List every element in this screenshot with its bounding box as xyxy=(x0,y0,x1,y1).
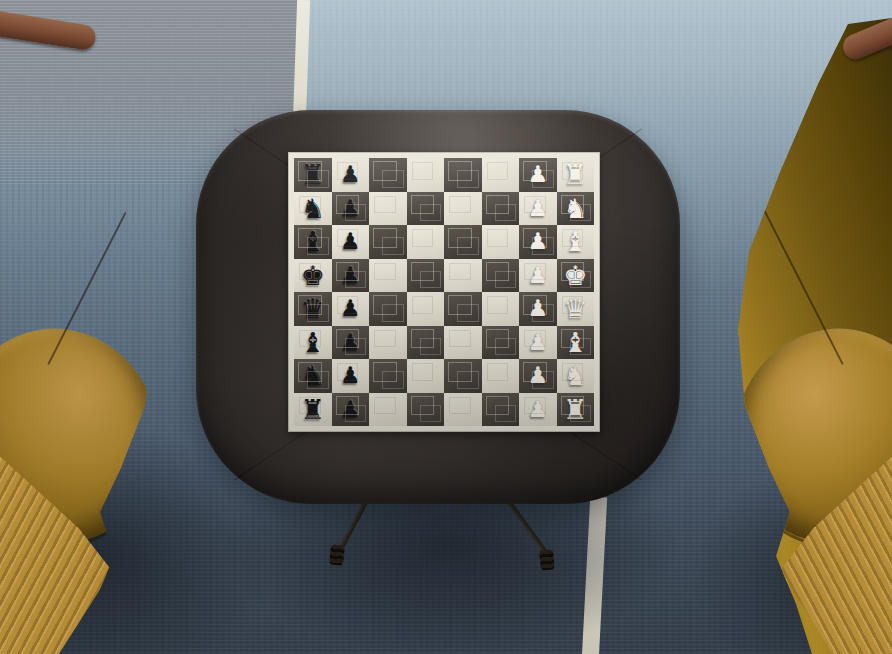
square-c5[interactable] xyxy=(407,326,445,360)
square-h5[interactable] xyxy=(407,158,445,192)
white-pawn-d2: ♟ xyxy=(519,292,557,326)
square-a1[interactable]: ♜ xyxy=(557,393,595,427)
white-bishop-c1: ♝ xyxy=(557,326,595,360)
black-rook-a8: ♜ xyxy=(294,393,332,427)
square-c1[interactable]: ♝ xyxy=(557,326,595,360)
square-g5[interactable] xyxy=(407,192,445,226)
square-b4[interactable] xyxy=(444,359,482,393)
square-d8[interactable]: ♛ xyxy=(294,292,332,326)
square-h8[interactable]: ♜ xyxy=(294,158,332,192)
square-f2[interactable]: ♟ xyxy=(519,225,557,259)
room-scene: ♜♟♟♜♞♟♟♞♝♟♟♝♚♟♟♚♛♟♟♛♝♟♟♝♞♟♟♞♜♟♟♜ xyxy=(0,0,892,654)
black-knight-g8: ♞ xyxy=(294,192,332,226)
square-c4[interactable] xyxy=(444,326,482,360)
square-e7[interactable]: ♟ xyxy=(332,259,370,293)
square-e6[interactable] xyxy=(369,259,407,293)
square-c7[interactable]: ♟ xyxy=(332,326,370,360)
square-b3[interactable] xyxy=(482,359,520,393)
square-g3[interactable] xyxy=(482,192,520,226)
square-g1[interactable]: ♞ xyxy=(557,192,595,226)
black-queen-d8: ♛ xyxy=(294,292,332,326)
white-pawn-e2: ♟ xyxy=(519,259,557,293)
black-pawn-b7: ♟ xyxy=(332,359,370,393)
square-f8[interactable]: ♝ xyxy=(294,225,332,259)
square-e3[interactable] xyxy=(482,259,520,293)
white-pawn-h2: ♟ xyxy=(519,158,557,192)
white-pawn-a2: ♟ xyxy=(519,393,557,427)
square-d2[interactable]: ♟ xyxy=(519,292,557,326)
square-a3[interactable] xyxy=(482,393,520,427)
black-pawn-c7: ♟ xyxy=(332,326,370,360)
black-bishop-c8: ♝ xyxy=(294,326,332,360)
white-queen-d1: ♛ xyxy=(557,292,595,326)
square-c8[interactable]: ♝ xyxy=(294,326,332,360)
white-knight-g1: ♞ xyxy=(557,192,595,226)
square-f6[interactable] xyxy=(369,225,407,259)
white-pawn-g2: ♟ xyxy=(519,192,557,226)
white-pawn-c2: ♟ xyxy=(519,326,557,360)
chess-board: ♜♟♟♜♞♟♟♞♝♟♟♝♚♟♟♚♛♟♟♛♝♟♟♝♞♟♟♞♜♟♟♜ xyxy=(288,152,600,432)
square-f3[interactable] xyxy=(482,225,520,259)
square-e2[interactable]: ♟ xyxy=(519,259,557,293)
square-h4[interactable] xyxy=(444,158,482,192)
black-pawn-f7: ♟ xyxy=(332,225,370,259)
square-a2[interactable]: ♟ xyxy=(519,393,557,427)
square-d7[interactable]: ♟ xyxy=(332,292,370,326)
white-pawn-b2: ♟ xyxy=(519,359,557,393)
square-b7[interactable]: ♟ xyxy=(332,359,370,393)
square-a8[interactable]: ♜ xyxy=(294,393,332,427)
square-c2[interactable]: ♟ xyxy=(519,326,557,360)
black-bishop-f8: ♝ xyxy=(294,225,332,259)
square-f7[interactable]: ♟ xyxy=(332,225,370,259)
square-f1[interactable]: ♝ xyxy=(557,225,595,259)
white-rook-h1: ♜ xyxy=(557,158,595,192)
square-h7[interactable]: ♟ xyxy=(332,158,370,192)
square-e8[interactable]: ♚ xyxy=(294,259,332,293)
square-e1[interactable]: ♚ xyxy=(557,259,595,293)
armchair-left xyxy=(0,0,175,654)
black-pawn-e7: ♟ xyxy=(332,259,370,293)
white-king-e1: ♚ xyxy=(557,259,595,293)
square-e4[interactable] xyxy=(444,259,482,293)
square-h6[interactable] xyxy=(369,158,407,192)
square-b5[interactable] xyxy=(407,359,445,393)
black-king-e8: ♚ xyxy=(294,259,332,293)
square-g6[interactable] xyxy=(369,192,407,226)
square-d6[interactable] xyxy=(369,292,407,326)
square-h1[interactable]: ♜ xyxy=(557,158,595,192)
square-h2[interactable]: ♟ xyxy=(519,158,557,192)
black-pawn-h7: ♟ xyxy=(332,158,370,192)
square-a7[interactable]: ♟ xyxy=(332,393,370,427)
white-knight-b1: ♞ xyxy=(557,359,595,393)
armchair-left-body xyxy=(0,0,175,654)
square-d1[interactable]: ♛ xyxy=(557,292,595,326)
square-g8[interactable]: ♞ xyxy=(294,192,332,226)
white-rook-a1: ♜ xyxy=(557,393,595,427)
square-f4[interactable] xyxy=(444,225,482,259)
square-c3[interactable] xyxy=(482,326,520,360)
square-b2[interactable]: ♟ xyxy=(519,359,557,393)
armchair-right xyxy=(717,0,892,654)
square-a5[interactable] xyxy=(407,393,445,427)
square-f5[interactable] xyxy=(407,225,445,259)
square-d3[interactable] xyxy=(482,292,520,326)
square-g2[interactable]: ♟ xyxy=(519,192,557,226)
square-g4[interactable] xyxy=(444,192,482,226)
square-b6[interactable] xyxy=(369,359,407,393)
black-pawn-a7: ♟ xyxy=(332,393,370,427)
table-foot-left xyxy=(329,544,345,565)
black-rook-h8: ♜ xyxy=(294,158,332,192)
square-a6[interactable] xyxy=(369,393,407,427)
square-b1[interactable]: ♞ xyxy=(557,359,595,393)
square-b8[interactable]: ♞ xyxy=(294,359,332,393)
square-d4[interactable] xyxy=(444,292,482,326)
black-pawn-d7: ♟ xyxy=(332,292,370,326)
armchair-right-body xyxy=(717,0,892,654)
table-foot-right xyxy=(539,549,555,570)
black-pawn-g7: ♟ xyxy=(332,192,370,226)
black-knight-b8: ♞ xyxy=(294,359,332,393)
square-c6[interactable] xyxy=(369,326,407,360)
square-h3[interactable] xyxy=(482,158,520,192)
white-pawn-f2: ♟ xyxy=(519,225,557,259)
white-bishop-f1: ♝ xyxy=(557,225,595,259)
square-e5[interactable] xyxy=(407,259,445,293)
square-d5[interactable] xyxy=(407,292,445,326)
chess-board-grid: ♜♟♟♜♞♟♟♞♝♟♟♝♚♟♟♚♛♟♟♛♝♟♟♝♞♟♟♞♜♟♟♜ xyxy=(294,158,594,426)
square-g7[interactable]: ♟ xyxy=(332,192,370,226)
square-a4[interactable] xyxy=(444,393,482,427)
